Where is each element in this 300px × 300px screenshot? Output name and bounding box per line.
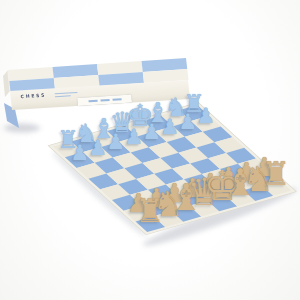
box-title: CHESS bbox=[20, 93, 46, 99]
chess-set-product-photo: CHESS ♜♞♝♛♚♝♞♜♟♟♟♟♟♟♟♟♟♟♟♟♟♟♟♟♜♞♝♛♚♝♞♜ bbox=[0, 0, 300, 300]
box-fineprint-line-1 bbox=[54, 91, 77, 94]
label-mark bbox=[88, 100, 97, 102]
label-mark bbox=[100, 99, 109, 101]
label-mark bbox=[112, 99, 121, 101]
box-fineprint-line-2 bbox=[55, 95, 71, 97]
